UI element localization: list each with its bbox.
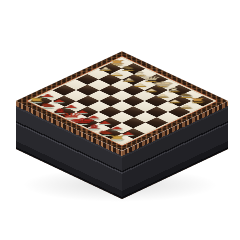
piece-roman-knight-g1[interactable]: ♞ bbox=[99, 128, 122, 139]
square-g5[interactable] bbox=[145, 106, 168, 117]
square-g3[interactable] bbox=[122, 117, 145, 128]
piece-base bbox=[111, 140, 123, 141]
square-h6[interactable] bbox=[168, 106, 191, 117]
roman-figurine-glyph: ♟ bbox=[121, 131, 136, 135]
piece-base bbox=[76, 124, 88, 125]
piece-roman-pawn-h2[interactable]: ♟ bbox=[122, 128, 145, 139]
piece-base bbox=[99, 124, 111, 125]
square-f5[interactable] bbox=[133, 101, 156, 112]
piece-roman-king-e1[interactable]: ♚ bbox=[76, 117, 99, 128]
piece-roman-bishop-f1[interactable]: ♝ bbox=[88, 123, 111, 134]
product-photo-canvas: ♜♞♝♛♚♝♞♜♟♟♟♟♟♟♟♟♟♟♟♟♟♟♟♟♜♞♝♛♚♝♞♜ bbox=[0, 0, 240, 240]
piece-base bbox=[88, 118, 100, 119]
egyptian-figurine-glyph: ♟ bbox=[179, 105, 192, 108]
roman-figurine-glyph: ♞ bbox=[95, 130, 116, 135]
square-f1[interactable] bbox=[88, 123, 111, 134]
square-h3[interactable] bbox=[133, 123, 156, 134]
roman-figurine-glyph: ♟ bbox=[109, 126, 124, 130]
piece-base bbox=[168, 102, 180, 103]
square-h2[interactable] bbox=[122, 128, 145, 139]
square-e4[interactable] bbox=[111, 101, 134, 112]
square-g2[interactable] bbox=[111, 123, 134, 134]
roman-figurine-glyph: ♜ bbox=[106, 135, 128, 140]
piece-base bbox=[99, 135, 111, 136]
square-g1[interactable] bbox=[99, 128, 122, 139]
square-h4[interactable] bbox=[145, 117, 168, 128]
roman-figurine-glyph: ♟ bbox=[98, 121, 113, 125]
roman-figurine-glyph: ♚ bbox=[68, 117, 97, 124]
square-d3[interactable] bbox=[88, 101, 111, 112]
piece-base bbox=[191, 102, 203, 103]
piece-roman-pawn-g2[interactable]: ♟ bbox=[111, 123, 134, 134]
piece-base bbox=[111, 75, 123, 76]
piece-base bbox=[111, 129, 123, 130]
piece-base bbox=[88, 129, 100, 130]
square-h1[interactable] bbox=[111, 133, 134, 144]
piece-base bbox=[65, 118, 77, 119]
roman-figurine-glyph: ♝ bbox=[83, 124, 105, 129]
square-h5[interactable] bbox=[156, 112, 179, 123]
piece-base bbox=[122, 135, 134, 136]
piece-base bbox=[180, 108, 192, 109]
square-f3[interactable] bbox=[111, 112, 134, 123]
square-f4[interactable] bbox=[122, 106, 145, 117]
square-f2[interactable] bbox=[99, 117, 122, 128]
square-e1[interactable] bbox=[76, 117, 99, 128]
piece-roman-pawn-f2[interactable]: ♟ bbox=[99, 117, 122, 128]
piece-base bbox=[157, 97, 169, 98]
square-g4[interactable] bbox=[133, 112, 156, 123]
piece-roman-pawn-c2[interactable]: ♟ bbox=[65, 101, 88, 112]
piece-base bbox=[122, 81, 134, 82]
square-e3[interactable] bbox=[99, 106, 122, 117]
piece-roman-rook-h1[interactable]: ♜ bbox=[111, 133, 134, 144]
